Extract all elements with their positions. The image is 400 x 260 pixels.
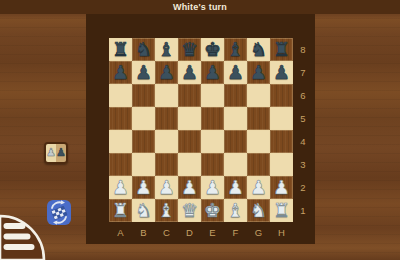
square-b2[interactable]: ♟	[132, 176, 155, 199]
square-c2[interactable]: ♟	[155, 176, 178, 199]
black-king[interactable]: ♚	[201, 38, 224, 61]
white-knight[interactable]: ♞	[132, 199, 155, 222]
square-b8[interactable]: ♞	[132, 38, 155, 61]
square-h8[interactable]: ♜	[270, 38, 293, 61]
black-rook[interactable]: ♜	[109, 38, 132, 61]
square-f4[interactable]	[224, 130, 247, 153]
square-d5[interactable]	[178, 107, 201, 130]
square-a3[interactable]	[109, 153, 132, 176]
square-d7[interactable]: ♟	[178, 61, 201, 84]
status-bar: White's turn	[0, 0, 400, 14]
square-f5[interactable]	[224, 107, 247, 130]
black-side-half: ♟	[56, 144, 66, 162]
white-side-half: ♟	[46, 144, 56, 162]
white-bishop[interactable]: ♝	[224, 199, 247, 222]
white-rook[interactable]: ♜	[270, 199, 293, 222]
file-label-h: H	[270, 226, 293, 240]
square-e7[interactable]: ♟	[201, 61, 224, 84]
black-pawn[interactable]: ♟	[201, 61, 224, 84]
square-h6[interactable]	[270, 84, 293, 107]
white-pawn[interactable]: ♟	[224, 176, 247, 199]
black-pawn[interactable]: ♟	[247, 61, 270, 84]
square-c1[interactable]: ♝	[155, 199, 178, 222]
black-pawn[interactable]: ♟	[224, 61, 247, 84]
white-pawn[interactable]: ♟	[201, 176, 224, 199]
square-g2[interactable]: ♟	[247, 176, 270, 199]
white-king[interactable]: ♚	[201, 199, 224, 222]
rank-label-8: 8	[296, 38, 310, 61]
file-label-f: F	[224, 226, 247, 240]
white-pawn[interactable]: ♟	[247, 176, 270, 199]
rank-label-6: 6	[296, 84, 310, 107]
file-label-b: B	[132, 226, 155, 240]
square-e3[interactable]	[201, 153, 224, 176]
flip-board-button[interactable]	[47, 198, 71, 226]
square-h4[interactable]	[270, 130, 293, 153]
rank-label-3: 3	[296, 153, 310, 176]
square-d4[interactable]	[178, 130, 201, 153]
square-g4[interactable]	[247, 130, 270, 153]
square-a2[interactable]: ♟	[109, 176, 132, 199]
rank-label-1: 1	[296, 199, 310, 222]
square-h1[interactable]: ♜	[270, 199, 293, 222]
square-g1[interactable]: ♞	[247, 199, 270, 222]
black-bishop[interactable]: ♝	[224, 38, 247, 61]
file-label-a: A	[109, 226, 132, 240]
black-bishop[interactable]: ♝	[155, 38, 178, 61]
square-a5[interactable]	[109, 107, 132, 130]
square-f6[interactable]	[224, 84, 247, 107]
menu-button[interactable]	[0, 214, 46, 260]
square-e2[interactable]: ♟	[201, 176, 224, 199]
chess-board[interactable]: ♜♞♝♛♚♝♞♜♟♟♟♟♟♟♟♟♟♟♟♟♟♟♟♟♜♞♝♛♚♝♞♜	[109, 38, 293, 222]
square-g5[interactable]	[247, 107, 270, 130]
square-d3[interactable]	[178, 153, 201, 176]
white-rook[interactable]: ♜	[109, 199, 132, 222]
square-f8[interactable]: ♝	[224, 38, 247, 61]
square-b7[interactable]: ♟	[132, 61, 155, 84]
square-c6[interactable]	[155, 84, 178, 107]
square-a1[interactable]: ♜	[109, 199, 132, 222]
square-e5[interactable]	[201, 107, 224, 130]
square-e8[interactable]: ♚	[201, 38, 224, 61]
file-label-g: G	[247, 226, 270, 240]
square-e4[interactable]	[201, 130, 224, 153]
rank-label-4: 4	[296, 130, 310, 153]
black-knight[interactable]: ♞	[247, 38, 270, 61]
white-bishop[interactable]: ♝	[155, 199, 178, 222]
chess-app: White's turn ♜♞♝♛♚♝♞♜♟♟♟♟♟♟♟♟♟♟♟♟♟♟♟♟♜♞♝…	[0, 0, 400, 260]
turn-status-text: White's turn	[173, 2, 227, 12]
file-label-e: E	[201, 226, 224, 240]
square-a4[interactable]	[109, 130, 132, 153]
file-label-c: C	[155, 226, 178, 240]
file-label-d: D	[178, 226, 201, 240]
black-pawn[interactable]: ♟	[178, 61, 201, 84]
square-g3[interactable]	[247, 153, 270, 176]
square-h7[interactable]: ♟	[270, 61, 293, 84]
white-pawn[interactable]: ♟	[109, 176, 132, 199]
square-h5[interactable]	[270, 107, 293, 130]
square-b1[interactable]: ♞	[132, 199, 155, 222]
file-labels: ABCDEFGH	[109, 226, 293, 240]
square-f2[interactable]: ♟	[224, 176, 247, 199]
square-a7[interactable]: ♟	[109, 61, 132, 84]
black-pawn[interactable]: ♟	[155, 61, 178, 84]
square-e6[interactable]	[201, 84, 224, 107]
square-b5[interactable]	[132, 107, 155, 130]
square-b4[interactable]	[132, 130, 155, 153]
black-pawn[interactable]: ♟	[132, 61, 155, 84]
square-g8[interactable]: ♞	[247, 38, 270, 61]
square-e1[interactable]: ♚	[201, 199, 224, 222]
black-pawn[interactable]: ♟	[109, 61, 132, 84]
square-b3[interactable]	[132, 153, 155, 176]
square-c7[interactable]: ♟	[155, 61, 178, 84]
square-c8[interactable]: ♝	[155, 38, 178, 61]
square-a6[interactable]	[109, 84, 132, 107]
black-pawn[interactable]: ♟	[270, 61, 293, 84]
player-side-selector-button[interactable]: ♟ ♟	[44, 142, 68, 164]
square-h2[interactable]: ♟	[270, 176, 293, 199]
rank-labels: 87654321	[296, 38, 310, 222]
white-pawn[interactable]: ♟	[155, 176, 178, 199]
square-b6[interactable]	[132, 84, 155, 107]
white-pawn[interactable]: ♟	[178, 176, 201, 199]
menu-list-icon	[0, 214, 46, 260]
square-d6[interactable]	[178, 84, 201, 107]
rank-label-7: 7	[296, 61, 310, 84]
rank-label-5: 5	[296, 107, 310, 130]
square-h3[interactable]	[270, 153, 293, 176]
square-d8[interactable]: ♛	[178, 38, 201, 61]
square-g6[interactable]	[247, 84, 270, 107]
black-knight[interactable]: ♞	[132, 38, 155, 61]
white-queen[interactable]: ♛	[178, 199, 201, 222]
square-f1[interactable]: ♝	[224, 199, 247, 222]
rank-label-2: 2	[296, 176, 310, 199]
black-queen[interactable]: ♛	[178, 38, 201, 61]
checkerboard-rotate-icon	[47, 198, 71, 226]
square-g7[interactable]: ♟	[247, 61, 270, 84]
square-f7[interactable]: ♟	[224, 61, 247, 84]
square-c4[interactable]	[155, 130, 178, 153]
square-f3[interactable]	[224, 153, 247, 176]
square-d1[interactable]: ♛	[178, 199, 201, 222]
square-d2[interactable]: ♟	[178, 176, 201, 199]
white-pawn-icon: ♟	[46, 144, 56, 162]
black-pawn-icon: ♟	[56, 144, 66, 162]
black-rook[interactable]: ♜	[270, 38, 293, 61]
square-c5[interactable]	[155, 107, 178, 130]
square-a8[interactable]: ♜	[109, 38, 132, 61]
white-pawn[interactable]: ♟	[270, 176, 293, 199]
white-pawn[interactable]: ♟	[132, 176, 155, 199]
white-knight[interactable]: ♞	[247, 199, 270, 222]
square-c3[interactable]	[155, 153, 178, 176]
